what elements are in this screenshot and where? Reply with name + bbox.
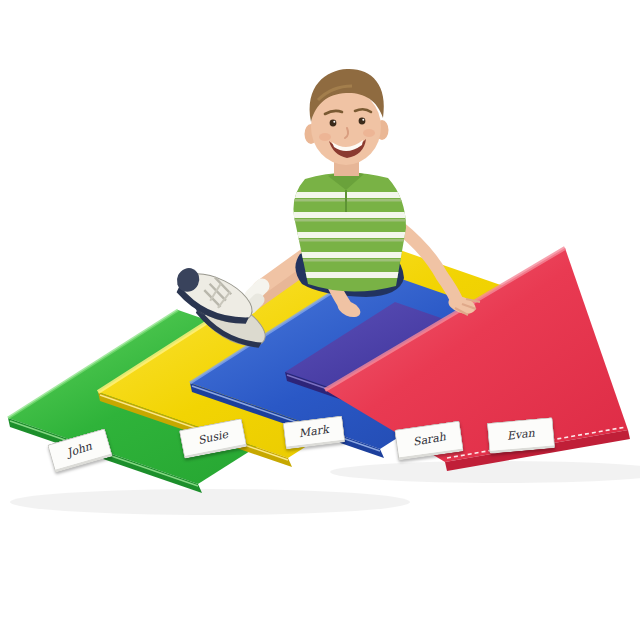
rest-mats-illustration [0, 0, 640, 640]
name-tag-sarah-text: Sarah [411, 430, 446, 449]
child-eye [330, 120, 337, 127]
name-tag-john-text: John [66, 439, 94, 459]
child-eye [359, 118, 366, 125]
name-tag-susie-text: Susie [197, 428, 229, 447]
name-tag-evan-text: Evan [506, 426, 535, 442]
product-photo-scene: John Susie Mark Sarah Evan [0, 0, 640, 640]
name-tag-evan: Evan [487, 417, 555, 454]
name-tag-mark-text: Mark [298, 423, 329, 440]
floor-shadow [10, 489, 410, 515]
